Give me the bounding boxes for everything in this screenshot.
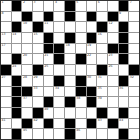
white-cell-10-7[interactable] bbox=[76, 108, 86, 118]
black-cell-10-1 bbox=[12, 108, 22, 118]
white-cell-4-7[interactable] bbox=[76, 44, 86, 54]
white-cell-2-7[interactable] bbox=[76, 22, 86, 32]
white-cell-8-9[interactable]: 35 bbox=[97, 87, 107, 97]
white-cell-12-7[interactable]: 46 bbox=[76, 129, 86, 139]
white-cell-6-5[interactable] bbox=[54, 65, 64, 75]
white-cell-4-12[interactable] bbox=[129, 44, 139, 54]
black-cell-9-1 bbox=[12, 97, 22, 107]
white-cell-3-7[interactable] bbox=[76, 33, 86, 43]
black-cell-1-4 bbox=[44, 12, 54, 22]
white-cell-0-7[interactable]: 5 bbox=[76, 1, 86, 11]
black-cell-0-11 bbox=[119, 1, 129, 11]
clue-number-10: 10 bbox=[23, 22, 27, 26]
black-cell-7-5 bbox=[54, 76, 64, 86]
white-cell-6-6[interactable] bbox=[65, 65, 75, 75]
white-cell-1-9[interactable] bbox=[97, 12, 107, 22]
white-cell-11-9[interactable]: 43 bbox=[97, 119, 107, 129]
black-cell-2-1 bbox=[12, 22, 22, 32]
white-cell-8-0[interactable] bbox=[1, 87, 11, 97]
clue-number-34: 34 bbox=[55, 87, 59, 91]
white-cell-2-5[interactable] bbox=[54, 22, 64, 32]
white-cell-12-5[interactable] bbox=[54, 129, 64, 139]
white-cell-8-4[interactable] bbox=[44, 87, 54, 97]
white-cell-3-12[interactable] bbox=[129, 33, 139, 43]
white-cell-5-9[interactable] bbox=[97, 54, 107, 64]
black-cell-10-3 bbox=[33, 108, 43, 118]
black-cell-1-8 bbox=[87, 12, 97, 22]
black-cell-1-6 bbox=[65, 12, 75, 22]
white-cell-9-0[interactable] bbox=[1, 97, 11, 107]
white-cell-8-12[interactable] bbox=[129, 87, 139, 97]
white-cell-3-10[interactable] bbox=[108, 33, 118, 43]
white-cell-0-5[interactable]: 4 bbox=[54, 1, 64, 11]
white-cell-11-11[interactable]: 44 bbox=[119, 119, 129, 129]
white-cell-11-3[interactable]: 42 bbox=[33, 119, 43, 129]
white-cell-11-0[interactable]: 41 bbox=[1, 119, 11, 129]
white-cell-8-11[interactable]: 36 bbox=[119, 87, 129, 97]
black-cell-5-7 bbox=[76, 54, 86, 64]
black-cell-4-10 bbox=[108, 44, 118, 54]
white-cell-11-1[interactable] bbox=[12, 119, 22, 129]
black-cell-3-8 bbox=[87, 33, 97, 43]
black-cell-5-11 bbox=[119, 54, 129, 64]
black-cell-1-10 bbox=[108, 12, 118, 22]
clue-number-17: 17 bbox=[2, 44, 6, 48]
black-cell-7-11 bbox=[119, 76, 129, 86]
black-cell-3-4 bbox=[44, 33, 54, 43]
white-cell-3-2[interactable] bbox=[22, 33, 32, 43]
white-cell-3-3[interactable]: 15 bbox=[33, 33, 43, 43]
white-cell-2-12[interactable] bbox=[129, 22, 139, 32]
black-cell-6-0 bbox=[1, 65, 11, 75]
white-cell-0-0[interactable]: 1 bbox=[1, 1, 11, 11]
black-cell-0-6 bbox=[65, 1, 75, 11]
white-cell-1-7[interactable] bbox=[76, 12, 86, 22]
white-cell-7-10[interactable] bbox=[108, 76, 118, 86]
clue-number-24: 24 bbox=[12, 65, 16, 69]
white-cell-5-2[interactable]: 20 bbox=[22, 54, 32, 64]
clue-number-39: 39 bbox=[98, 97, 102, 101]
white-cell-2-2[interactable]: 10 bbox=[22, 22, 32, 32]
black-cell-6-9 bbox=[97, 65, 107, 75]
white-cell-4-6[interactable]: 18 bbox=[65, 44, 75, 54]
white-cell-3-5[interactable] bbox=[54, 33, 64, 43]
white-cell-1-11[interactable]: 9 bbox=[119, 12, 129, 22]
white-cell-9-9[interactable]: 39 bbox=[97, 97, 107, 107]
black-cell-9-6 bbox=[65, 97, 75, 107]
clue-number-25: 25 bbox=[44, 65, 48, 69]
white-cell-9-7[interactable]: 38 bbox=[76, 97, 86, 107]
clue-number-27: 27 bbox=[2, 76, 6, 80]
white-cell-9-10[interactable] bbox=[108, 97, 118, 107]
white-cell-4-2[interactable] bbox=[22, 44, 32, 54]
white-cell-6-4[interactable]: 25 bbox=[44, 65, 54, 75]
white-cell-12-3[interactable] bbox=[33, 129, 43, 139]
white-cell-11-5[interactable] bbox=[54, 119, 64, 129]
black-cell-12-11 bbox=[119, 129, 129, 139]
white-cell-6-7[interactable] bbox=[76, 65, 86, 75]
black-cell-5-1 bbox=[12, 54, 22, 64]
white-cell-5-10[interactable]: 23 bbox=[108, 54, 118, 64]
white-cell-7-2[interactable]: 28 bbox=[22, 76, 32, 86]
clue-number-43: 43 bbox=[98, 119, 102, 123]
white-cell-9-11[interactable] bbox=[119, 97, 129, 107]
white-cell-6-10[interactable]: 26 bbox=[108, 65, 118, 75]
clue-number-3: 3 bbox=[34, 1, 36, 5]
white-cell-10-8[interactable] bbox=[87, 108, 97, 118]
white-cell-10-6[interactable] bbox=[65, 108, 75, 118]
white-cell-5-4[interactable]: 21 bbox=[44, 54, 54, 64]
crossword-puzzle: 1234567891011121314151617181920212223242… bbox=[0, 0, 140, 140]
clue-number-40: 40 bbox=[44, 108, 48, 112]
white-cell-0-9[interactable]: 6 bbox=[97, 1, 107, 11]
black-cell-11-4 bbox=[44, 119, 54, 129]
white-cell-0-3[interactable]: 3 bbox=[33, 1, 43, 11]
white-cell-10-0[interactable] bbox=[1, 108, 11, 118]
white-cell-10-4[interactable]: 40 bbox=[44, 108, 54, 118]
clue-number-36: 36 bbox=[119, 87, 123, 91]
clue-number-20: 20 bbox=[23, 54, 27, 58]
white-cell-1-3[interactable] bbox=[33, 12, 43, 22]
black-cell-9-8 bbox=[87, 97, 97, 107]
clue-number-13: 13 bbox=[2, 33, 6, 37]
clue-number-44: 44 bbox=[119, 119, 123, 123]
black-cell-10-11 bbox=[119, 108, 129, 118]
white-cell-12-0[interactable] bbox=[1, 129, 11, 139]
white-cell-10-12[interactable] bbox=[129, 108, 139, 118]
white-cell-1-5[interactable] bbox=[54, 12, 64, 22]
white-cell-6-8[interactable] bbox=[87, 65, 97, 75]
white-cell-0-10[interactable] bbox=[108, 1, 118, 11]
white-cell-6-11[interactable] bbox=[119, 65, 129, 75]
white-cell-3-0[interactable]: 13 bbox=[1, 33, 11, 43]
white-cell-1-12[interactable] bbox=[129, 12, 139, 22]
clue-number-21: 21 bbox=[44, 54, 48, 58]
white-cell-0-2[interactable]: 2 bbox=[22, 1, 32, 11]
black-cell-4-11 bbox=[119, 44, 129, 54]
white-cell-0-8[interactable] bbox=[87, 1, 97, 11]
white-cell-5-0[interactable] bbox=[1, 54, 11, 64]
white-cell-9-3[interactable] bbox=[33, 97, 43, 107]
black-cell-9-4 bbox=[44, 97, 54, 107]
white-cell-4-0[interactable]: 17 bbox=[1, 44, 11, 54]
white-cell-7-3[interactable]: 29 bbox=[33, 76, 43, 86]
clue-number-5: 5 bbox=[76, 1, 78, 5]
clue-number-16: 16 bbox=[98, 33, 102, 37]
clue-number-14: 14 bbox=[12, 33, 16, 37]
clue-number-22: 22 bbox=[87, 54, 91, 58]
clue-number-35: 35 bbox=[98, 87, 102, 91]
clue-number-30: 30 bbox=[87, 76, 91, 80]
clue-number-9: 9 bbox=[119, 12, 121, 16]
black-cell-7-7 bbox=[76, 76, 86, 86]
white-cell-11-7[interactable] bbox=[76, 119, 86, 129]
black-cell-12-1 bbox=[12, 129, 22, 139]
white-cell-9-2[interactable]: 37 bbox=[22, 97, 32, 107]
black-cell-11-2 bbox=[22, 119, 32, 129]
clue-number-11: 11 bbox=[44, 22, 48, 26]
white-cell-8-6[interactable] bbox=[65, 87, 75, 97]
white-cell-2-10[interactable]: 12 bbox=[108, 22, 118, 32]
clue-number-31: 31 bbox=[98, 76, 102, 80]
white-cell-12-2[interactable]: 45 bbox=[22, 129, 32, 139]
clue-number-42: 42 bbox=[34, 119, 38, 123]
white-cell-4-8[interactable]: 19 bbox=[87, 44, 97, 54]
white-cell-7-12[interactable]: 32 bbox=[129, 76, 139, 86]
black-cell-10-9 bbox=[97, 108, 107, 118]
white-cell-12-10[interactable] bbox=[108, 129, 118, 139]
black-cell-7-1 bbox=[12, 76, 22, 86]
white-cell-12-8[interactable] bbox=[87, 129, 97, 139]
white-cell-7-9[interactable]: 31 bbox=[97, 76, 107, 86]
black-cell-8-7 bbox=[76, 87, 86, 97]
white-cell-2-0[interactable] bbox=[1, 22, 11, 32]
white-cell-6-2[interactable] bbox=[22, 65, 32, 75]
white-cell-5-6[interactable] bbox=[65, 54, 75, 64]
black-cell-2-3 bbox=[33, 22, 43, 32]
white-cell-8-10[interactable] bbox=[108, 87, 118, 97]
white-cell-0-4[interactable] bbox=[44, 1, 54, 11]
black-cell-3-6 bbox=[65, 33, 75, 43]
black-cell-0-1 bbox=[12, 1, 22, 11]
black-cell-8-8 bbox=[87, 87, 97, 97]
white-cell-10-2[interactable] bbox=[22, 108, 32, 118]
white-cell-2-8[interactable] bbox=[87, 22, 97, 32]
white-cell-2-4[interactable]: 11 bbox=[44, 22, 54, 32]
clue-number-1: 1 bbox=[2, 1, 4, 5]
white-cell-7-4[interactable] bbox=[44, 76, 54, 86]
black-cell-11-6 bbox=[65, 119, 75, 129]
clue-number-32: 32 bbox=[130, 76, 134, 80]
white-cell-5-3[interactable] bbox=[33, 54, 43, 64]
white-cell-6-1[interactable]: 24 bbox=[12, 65, 22, 75]
black-cell-8-1 bbox=[12, 87, 22, 97]
black-cell-2-9 bbox=[97, 22, 107, 32]
clue-number-2: 2 bbox=[23, 1, 25, 5]
clue-number-19: 19 bbox=[87, 44, 91, 48]
white-cell-7-0[interactable]: 27 bbox=[1, 76, 11, 86]
black-cell-4-5 bbox=[54, 44, 64, 54]
clue-number-26: 26 bbox=[108, 65, 112, 69]
white-cell-10-5[interactable] bbox=[54, 108, 64, 118]
white-cell-3-9[interactable]: 16 bbox=[97, 33, 107, 43]
black-cell-4-4 bbox=[44, 44, 54, 54]
clue-number-37: 37 bbox=[23, 97, 27, 101]
white-cell-5-8[interactable]: 22 bbox=[87, 54, 97, 64]
clue-number-4: 4 bbox=[55, 1, 57, 5]
black-cell-5-5 bbox=[54, 54, 64, 64]
white-cell-2-6[interactable] bbox=[65, 22, 75, 32]
clue-number-28: 28 bbox=[23, 76, 27, 80]
black-cell-6-12 bbox=[129, 65, 139, 75]
clue-number-46: 46 bbox=[76, 129, 80, 133]
white-cell-3-1[interactable]: 14 bbox=[12, 33, 22, 43]
clue-number-6: 6 bbox=[98, 1, 100, 5]
white-cell-8-3[interactable]: 33 bbox=[33, 87, 43, 97]
white-cell-7-6[interactable] bbox=[65, 76, 75, 86]
white-cell-5-12[interactable] bbox=[129, 54, 139, 64]
white-cell-9-12[interactable] bbox=[129, 97, 139, 107]
white-cell-10-10[interactable] bbox=[108, 108, 118, 118]
clue-number-41: 41 bbox=[2, 119, 6, 123]
clue-number-18: 18 bbox=[66, 44, 70, 48]
clue-number-12: 12 bbox=[108, 22, 112, 26]
clue-number-23: 23 bbox=[108, 54, 112, 58]
white-cell-9-5[interactable] bbox=[54, 97, 64, 107]
clue-number-33: 33 bbox=[34, 87, 38, 91]
clue-number-45: 45 bbox=[23, 129, 27, 133]
black-cell-11-8 bbox=[87, 119, 97, 129]
white-cell-7-8[interactable]: 30 bbox=[87, 76, 97, 86]
white-cell-12-9[interactable] bbox=[97, 129, 107, 139]
black-cell-8-2 bbox=[22, 87, 32, 97]
black-cell-1-2 bbox=[22, 12, 32, 22]
white-cell-0-12[interactable]: 7 bbox=[129, 1, 139, 11]
black-cell-2-11 bbox=[119, 22, 129, 32]
crossword-grid: 1234567891011121314151617181920212223242… bbox=[0, 0, 140, 140]
white-cell-4-1[interactable] bbox=[12, 44, 22, 54]
white-cell-1-1[interactable] bbox=[12, 12, 22, 22]
black-cell-3-11 bbox=[119, 33, 129, 43]
clue-number-29: 29 bbox=[34, 76, 38, 80]
white-cell-12-12[interactable] bbox=[129, 129, 139, 139]
white-cell-12-4[interactable] bbox=[44, 129, 54, 139]
white-cell-1-0[interactable]: 8 bbox=[1, 12, 11, 22]
clue-number-7: 7 bbox=[130, 1, 132, 5]
clue-number-38: 38 bbox=[76, 97, 80, 101]
white-cell-11-12[interactable] bbox=[129, 119, 139, 129]
black-cell-6-3 bbox=[33, 65, 43, 75]
clue-number-8: 8 bbox=[2, 12, 4, 16]
white-cell-4-9[interactable] bbox=[97, 44, 107, 54]
black-cell-12-6 bbox=[65, 129, 75, 139]
white-cell-4-3[interactable] bbox=[33, 44, 43, 54]
white-cell-8-5[interactable]: 34 bbox=[54, 87, 64, 97]
clue-number-15: 15 bbox=[34, 33, 38, 37]
black-cell-11-10 bbox=[108, 119, 118, 129]
